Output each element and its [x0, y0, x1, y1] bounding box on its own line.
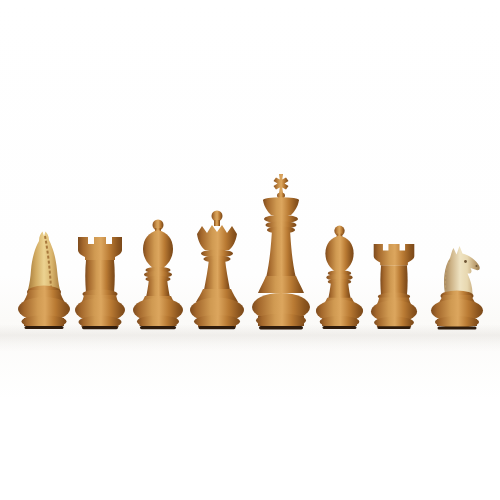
king-stem — [266, 230, 296, 278]
king-cross-pattee-finial — [274, 174, 289, 193]
king-felt — [259, 326, 303, 329]
queen-felt — [199, 326, 236, 329]
bishop-right-felt — [323, 326, 357, 329]
king-base-ring — [256, 314, 306, 328]
knight-right-base-ring — [435, 316, 479, 328]
queen-stem — [204, 259, 230, 290]
knight-right-glyph — [429, 242, 485, 330]
bishop-right-dome-head — [325, 236, 353, 272]
knight-right-eye — [464, 260, 467, 263]
rook-left-glyph — [74, 235, 126, 330]
piece-bishop-left — [132, 217, 184, 330]
knight-right-head — [444, 246, 480, 294]
rook-left-turret — [78, 237, 122, 260]
queen-finial-stem — [214, 220, 220, 226]
bishop-left-base-ring — [137, 315, 179, 328]
piece-rook-right — [370, 242, 418, 330]
queen-ball-finial — [212, 211, 223, 222]
knight-left-glyph — [16, 230, 72, 330]
knight-left-head — [28, 232, 60, 291]
rook-right-body — [380, 265, 407, 295]
king-glyph — [250, 173, 312, 330]
bishop-left-dome-head — [143, 230, 173, 268]
bishop-right-stem — [328, 282, 351, 299]
rook-right-glyph — [370, 242, 418, 330]
bishop-right-glyph — [315, 223, 364, 330]
piece-rook-left — [74, 235, 126, 330]
bishop-left-stem — [146, 279, 170, 297]
piece-bishop-right — [315, 223, 364, 330]
photo-background — [0, 0, 500, 500]
rook-left-body — [85, 260, 115, 293]
piece-knight-left — [16, 230, 72, 330]
knight-right-felt — [438, 327, 477, 330]
knight-left-base-ring — [22, 315, 67, 328]
knight-right-nostril — [476, 265, 478, 267]
piece-king — [250, 173, 312, 330]
king-base-shoulder — [258, 276, 304, 293]
king-crown-top — [263, 197, 299, 203]
piece-queen — [189, 209, 245, 330]
bishop-left-glyph — [132, 217, 184, 330]
piece-knight-right — [429, 242, 485, 330]
bishop-right-base-ring — [320, 316, 360, 328]
queen-glyph — [189, 209, 245, 330]
rook-left-felt — [82, 326, 118, 329]
queen-coronet — [197, 225, 237, 250]
knight-left-felt — [25, 326, 64, 329]
bishop-left-felt — [140, 326, 176, 329]
rook-right-turret — [374, 244, 415, 265]
rook-right-felt — [377, 326, 410, 329]
